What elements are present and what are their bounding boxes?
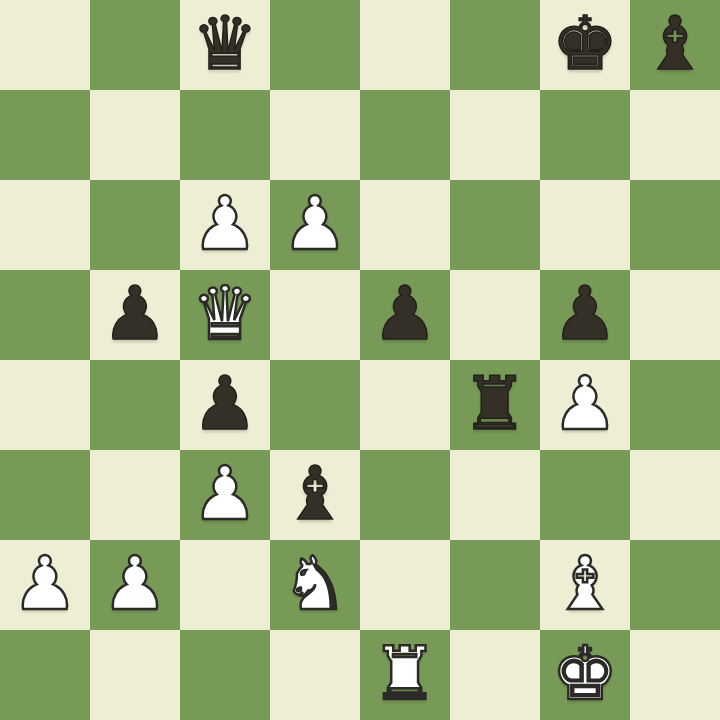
square-h4[interactable] [630, 360, 720, 450]
piece-white-queen[interactable]: ♛ [192, 268, 258, 358]
piece-black-rook[interactable]: ♜ [462, 358, 528, 448]
square-b2[interactable]: ♟ [90, 540, 180, 630]
piece-white-knight[interactable]: ♞ [282, 538, 348, 628]
square-h6[interactable] [630, 180, 720, 270]
square-e3[interactable] [360, 450, 450, 540]
square-c7[interactable] [180, 90, 270, 180]
square-a1[interactable] [0, 630, 90, 720]
square-e2[interactable] [360, 540, 450, 630]
square-a2[interactable]: ♟ [0, 540, 90, 630]
square-c3[interactable]: ♟ [180, 450, 270, 540]
piece-black-queen[interactable]: ♛ [192, 0, 258, 88]
piece-white-pawn[interactable]: ♟ [192, 448, 258, 538]
square-g5[interactable]: ♟ [540, 270, 630, 360]
square-c4[interactable]: ♟ [180, 360, 270, 450]
square-f5[interactable] [450, 270, 540, 360]
square-g4[interactable]: ♟ [540, 360, 630, 450]
square-b1[interactable] [90, 630, 180, 720]
square-h1[interactable] [630, 630, 720, 720]
square-e6[interactable] [360, 180, 450, 270]
square-a3[interactable] [0, 450, 90, 540]
square-h3[interactable] [630, 450, 720, 540]
square-a7[interactable] [0, 90, 90, 180]
square-a5[interactable] [0, 270, 90, 360]
piece-black-king[interactable]: ♚ [552, 0, 618, 88]
square-e5[interactable]: ♟ [360, 270, 450, 360]
square-c2[interactable] [180, 540, 270, 630]
square-f1[interactable] [450, 630, 540, 720]
piece-black-pawn[interactable]: ♟ [102, 268, 168, 358]
square-g7[interactable] [540, 90, 630, 180]
square-f3[interactable] [450, 450, 540, 540]
square-c8[interactable]: ♛ [180, 0, 270, 90]
square-f6[interactable] [450, 180, 540, 270]
square-d8[interactable] [270, 0, 360, 90]
square-d7[interactable] [270, 90, 360, 180]
square-c6[interactable]: ♟ [180, 180, 270, 270]
square-a8[interactable] [0, 0, 90, 90]
piece-black-bishop[interactable]: ♝ [282, 448, 348, 538]
square-h8[interactable]: ♝ [630, 0, 720, 90]
square-g2[interactable]: ♝ [540, 540, 630, 630]
chess-board: ♛♚♝♟♟♟♛♟♟♟♜♟♟♝♟♟♞♝♜♚ [0, 0, 720, 720]
piece-black-bishop[interactable]: ♝ [642, 0, 708, 88]
square-a4[interactable] [0, 360, 90, 450]
square-b3[interactable] [90, 450, 180, 540]
square-f2[interactable] [450, 540, 540, 630]
square-g3[interactable] [540, 450, 630, 540]
square-c1[interactable] [180, 630, 270, 720]
square-d6[interactable]: ♟ [270, 180, 360, 270]
square-b5[interactable]: ♟ [90, 270, 180, 360]
piece-white-bishop[interactable]: ♝ [552, 538, 618, 628]
square-g8[interactable]: ♚ [540, 0, 630, 90]
square-d2[interactable]: ♞ [270, 540, 360, 630]
square-e7[interactable] [360, 90, 450, 180]
piece-black-pawn[interactable]: ♟ [372, 268, 438, 358]
square-a6[interactable] [0, 180, 90, 270]
square-c5[interactable]: ♛ [180, 270, 270, 360]
square-b7[interactable] [90, 90, 180, 180]
square-b4[interactable] [90, 360, 180, 450]
square-d3[interactable]: ♝ [270, 450, 360, 540]
square-f7[interactable] [450, 90, 540, 180]
square-d4[interactable] [270, 360, 360, 450]
square-e4[interactable] [360, 360, 450, 450]
piece-white-rook[interactable]: ♜ [372, 628, 438, 718]
square-b6[interactable] [90, 180, 180, 270]
square-h5[interactable] [630, 270, 720, 360]
piece-white-pawn[interactable]: ♟ [192, 178, 258, 268]
piece-white-king[interactable]: ♚ [552, 628, 618, 718]
square-b8[interactable] [90, 0, 180, 90]
piece-white-pawn[interactable]: ♟ [282, 178, 348, 268]
square-g1[interactable]: ♚ [540, 630, 630, 720]
square-f4[interactable]: ♜ [450, 360, 540, 450]
square-e8[interactable] [360, 0, 450, 90]
square-e1[interactable]: ♜ [360, 630, 450, 720]
square-g6[interactable] [540, 180, 630, 270]
square-d1[interactable] [270, 630, 360, 720]
piece-white-pawn[interactable]: ♟ [12, 538, 78, 628]
square-h2[interactable] [630, 540, 720, 630]
square-d5[interactable] [270, 270, 360, 360]
square-f8[interactable] [450, 0, 540, 90]
piece-black-pawn[interactable]: ♟ [552, 268, 618, 358]
piece-white-pawn[interactable]: ♟ [552, 358, 618, 448]
piece-white-pawn[interactable]: ♟ [102, 538, 168, 628]
square-h7[interactable] [630, 90, 720, 180]
piece-black-pawn[interactable]: ♟ [192, 358, 258, 448]
